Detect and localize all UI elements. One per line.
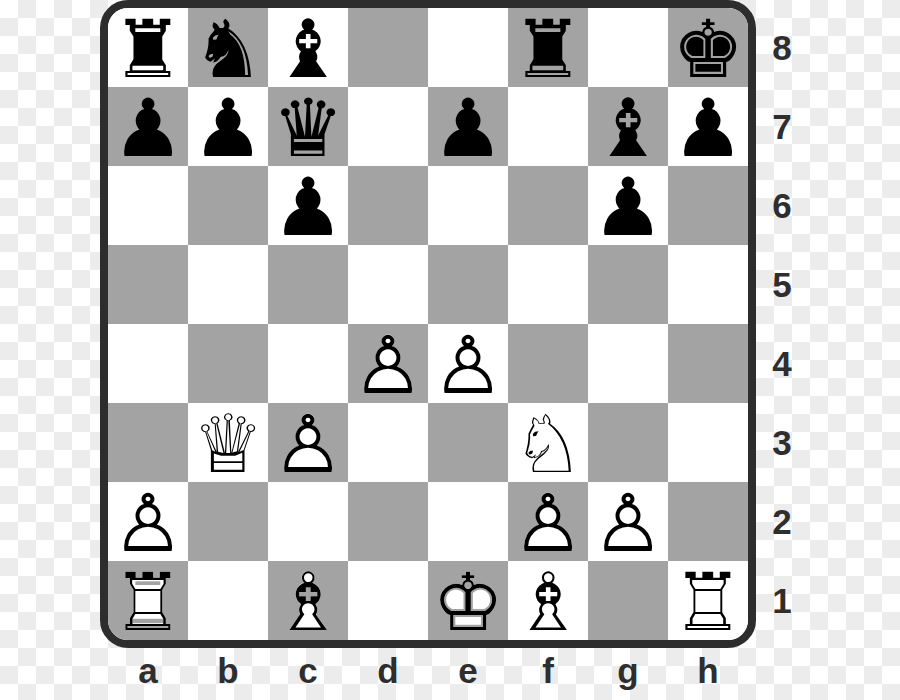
- piece-glyph: ♟: [428, 89, 508, 168]
- white-pawn: ♟♙: [428, 324, 508, 403]
- square-e4[interactable]: ♟♙: [428, 324, 508, 403]
- square-b1[interactable]: [188, 561, 268, 640]
- piece-outline: ♙: [268, 405, 348, 484]
- piece-outline: ♙: [428, 326, 508, 405]
- rank-label-6: 6: [760, 166, 804, 245]
- file-label-b: b: [188, 650, 268, 692]
- black-bishop: ♝: [588, 87, 668, 166]
- piece-glyph: ♟: [668, 89, 748, 168]
- square-f4[interactable]: [508, 324, 588, 403]
- square-h4[interactable]: [668, 324, 748, 403]
- piece-glyph: ♞: [188, 10, 268, 89]
- square-c3[interactable]: ♟♙: [268, 403, 348, 482]
- piece-outline: ♗: [508, 563, 588, 642]
- square-d3[interactable]: [348, 403, 428, 482]
- rank-label-1: 1: [760, 561, 804, 640]
- square-e6[interactable]: [428, 166, 508, 245]
- piece-outline: ♙: [588, 484, 668, 563]
- white-king: ♚♔: [428, 561, 508, 640]
- rank-label-3: 3: [760, 403, 804, 482]
- square-f6[interactable]: [508, 166, 588, 245]
- square-h5[interactable]: [668, 245, 748, 324]
- white-pawn: ♟♙: [348, 324, 428, 403]
- file-label-d: d: [348, 650, 428, 692]
- white-bishop: ♝♗: [508, 561, 588, 640]
- file-label-a: a: [108, 650, 188, 692]
- square-b8[interactable]: ♞: [188, 8, 268, 87]
- rank-label-7: 7: [760, 87, 804, 166]
- black-pawn: ♟: [108, 87, 188, 166]
- square-c1[interactable]: ♝♗: [268, 561, 348, 640]
- piece-glyph: ♟: [588, 168, 668, 247]
- square-d7[interactable]: [348, 87, 428, 166]
- square-f7[interactable]: [508, 87, 588, 166]
- square-h8[interactable]: ♚: [668, 8, 748, 87]
- square-f8[interactable]: ♜: [508, 8, 588, 87]
- square-a4[interactable]: [108, 324, 188, 403]
- square-d6[interactable]: [348, 166, 428, 245]
- file-labels: abcdefgh: [108, 650, 748, 692]
- white-pawn: ♟♙: [588, 482, 668, 561]
- square-a2[interactable]: ♟♙: [108, 482, 188, 561]
- square-a3[interactable]: [108, 403, 188, 482]
- square-h2[interactable]: [668, 482, 748, 561]
- black-knight: ♞: [188, 8, 268, 87]
- square-g3[interactable]: [588, 403, 668, 482]
- white-pawn: ♟♙: [268, 403, 348, 482]
- square-c2[interactable]: [268, 482, 348, 561]
- square-h1[interactable]: ♜♖: [668, 561, 748, 640]
- chess-board: ♜♞♝♜♚♟♟♛♟♝♟♟♟♟♙♟♙♛♕♟♙♞♘♟♙♟♙♟♙♜♖♝♗♚♔♝♗♜♖: [100, 0, 756, 648]
- file-label-h: h: [668, 650, 748, 692]
- white-pawn: ♟♙: [508, 482, 588, 561]
- piece-glyph: ♟: [188, 89, 268, 168]
- square-c5[interactable]: [268, 245, 348, 324]
- white-rook: ♜♖: [668, 561, 748, 640]
- file-label-e: e: [428, 650, 508, 692]
- piece-outline: ♙: [108, 484, 188, 563]
- square-f5[interactable]: [508, 245, 588, 324]
- piece-outline: ♕: [188, 405, 268, 484]
- square-e5[interactable]: [428, 245, 508, 324]
- piece-glyph: ♝: [268, 10, 348, 89]
- square-b2[interactable]: [188, 482, 268, 561]
- square-f2[interactable]: ♟♙: [508, 482, 588, 561]
- square-d1[interactable]: [348, 561, 428, 640]
- square-g5[interactable]: [588, 245, 668, 324]
- square-a1[interactable]: ♜♖: [108, 561, 188, 640]
- square-e8[interactable]: [428, 8, 508, 87]
- black-pawn: ♟: [428, 87, 508, 166]
- square-b4[interactable]: [188, 324, 268, 403]
- rank-label-5: 5: [760, 245, 804, 324]
- piece-glyph: ♛: [268, 89, 348, 168]
- square-c6[interactable]: ♟: [268, 166, 348, 245]
- piece-outline: ♖: [108, 563, 188, 642]
- white-bishop: ♝♗: [268, 561, 348, 640]
- black-pawn: ♟: [588, 166, 668, 245]
- piece-glyph: ♜: [108, 10, 188, 89]
- square-g6[interactable]: ♟: [588, 166, 668, 245]
- rank-label-2: 2: [760, 482, 804, 561]
- square-f1[interactable]: ♝♗: [508, 561, 588, 640]
- file-label-c: c: [268, 650, 348, 692]
- square-b3[interactable]: ♛♕: [188, 403, 268, 482]
- square-g1[interactable]: [588, 561, 668, 640]
- square-h7[interactable]: ♟: [668, 87, 748, 166]
- square-b7[interactable]: ♟: [188, 87, 268, 166]
- transparent-checker-background: ♜♞♝♜♚♟♟♛♟♝♟♟♟♟♙♟♙♛♕♟♙♞♘♟♙♟♙♟♙♜♖♝♗♚♔♝♗♜♖ …: [0, 0, 900, 700]
- square-e7[interactable]: ♟: [428, 87, 508, 166]
- square-c7[interactable]: ♛: [268, 87, 348, 166]
- square-g8[interactable]: [588, 8, 668, 87]
- square-h3[interactable]: [668, 403, 748, 482]
- file-label-f: f: [508, 650, 588, 692]
- black-bishop: ♝: [268, 8, 348, 87]
- square-a7[interactable]: ♟: [108, 87, 188, 166]
- piece-glyph: ♚: [668, 10, 748, 89]
- square-e1[interactable]: ♚♔: [428, 561, 508, 640]
- black-pawn: ♟: [268, 166, 348, 245]
- white-queen: ♛♕: [188, 403, 268, 482]
- piece-outline: ♘: [508, 405, 588, 484]
- square-a5[interactable]: [108, 245, 188, 324]
- square-c4[interactable]: [268, 324, 348, 403]
- square-e2[interactable]: [428, 482, 508, 561]
- black-rook: ♜: [108, 8, 188, 87]
- black-king: ♚: [668, 8, 748, 87]
- white-knight: ♞♘: [508, 403, 588, 482]
- piece-glyph: ♟: [268, 168, 348, 247]
- piece-glyph: ♟: [108, 89, 188, 168]
- square-g4[interactable]: [588, 324, 668, 403]
- rank-label-4: 4: [760, 324, 804, 403]
- square-g7[interactable]: ♝: [588, 87, 668, 166]
- white-pawn: ♟♙: [108, 482, 188, 561]
- piece-outline: ♖: [668, 563, 748, 642]
- rank-label-8: 8: [760, 8, 804, 87]
- square-a8[interactable]: ♜: [108, 8, 188, 87]
- square-b5[interactable]: [188, 245, 268, 324]
- square-g2[interactable]: ♟♙: [588, 482, 668, 561]
- square-e3[interactable]: [428, 403, 508, 482]
- white-rook: ♜♖: [108, 561, 188, 640]
- square-h6[interactable]: [668, 166, 748, 245]
- piece-glyph: ♝: [588, 89, 668, 168]
- rank-labels: 87654321: [760, 8, 804, 640]
- piece-outline: ♙: [348, 326, 428, 405]
- black-pawn: ♟: [668, 87, 748, 166]
- black-rook: ♜: [508, 8, 588, 87]
- square-d4[interactable]: ♟♙: [348, 324, 428, 403]
- black-pawn: ♟: [188, 87, 268, 166]
- square-d5[interactable]: [348, 245, 428, 324]
- square-a6[interactable]: [108, 166, 188, 245]
- piece-glyph: ♜: [508, 10, 588, 89]
- board-grid: ♜♞♝♜♚♟♟♛♟♝♟♟♟♟♙♟♙♛♕♟♙♞♘♟♙♟♙♟♙♜♖♝♗♚♔♝♗♜♖: [108, 8, 748, 640]
- piece-outline: ♗: [268, 563, 348, 642]
- square-b6[interactable]: [188, 166, 268, 245]
- square-d8[interactable]: [348, 8, 428, 87]
- square-c8[interactable]: ♝: [268, 8, 348, 87]
- square-f3[interactable]: ♞♘: [508, 403, 588, 482]
- black-queen: ♛: [268, 87, 348, 166]
- file-label-g: g: [588, 650, 668, 692]
- piece-outline: ♔: [428, 563, 508, 642]
- square-d2[interactable]: [348, 482, 428, 561]
- piece-outline: ♙: [508, 484, 588, 563]
